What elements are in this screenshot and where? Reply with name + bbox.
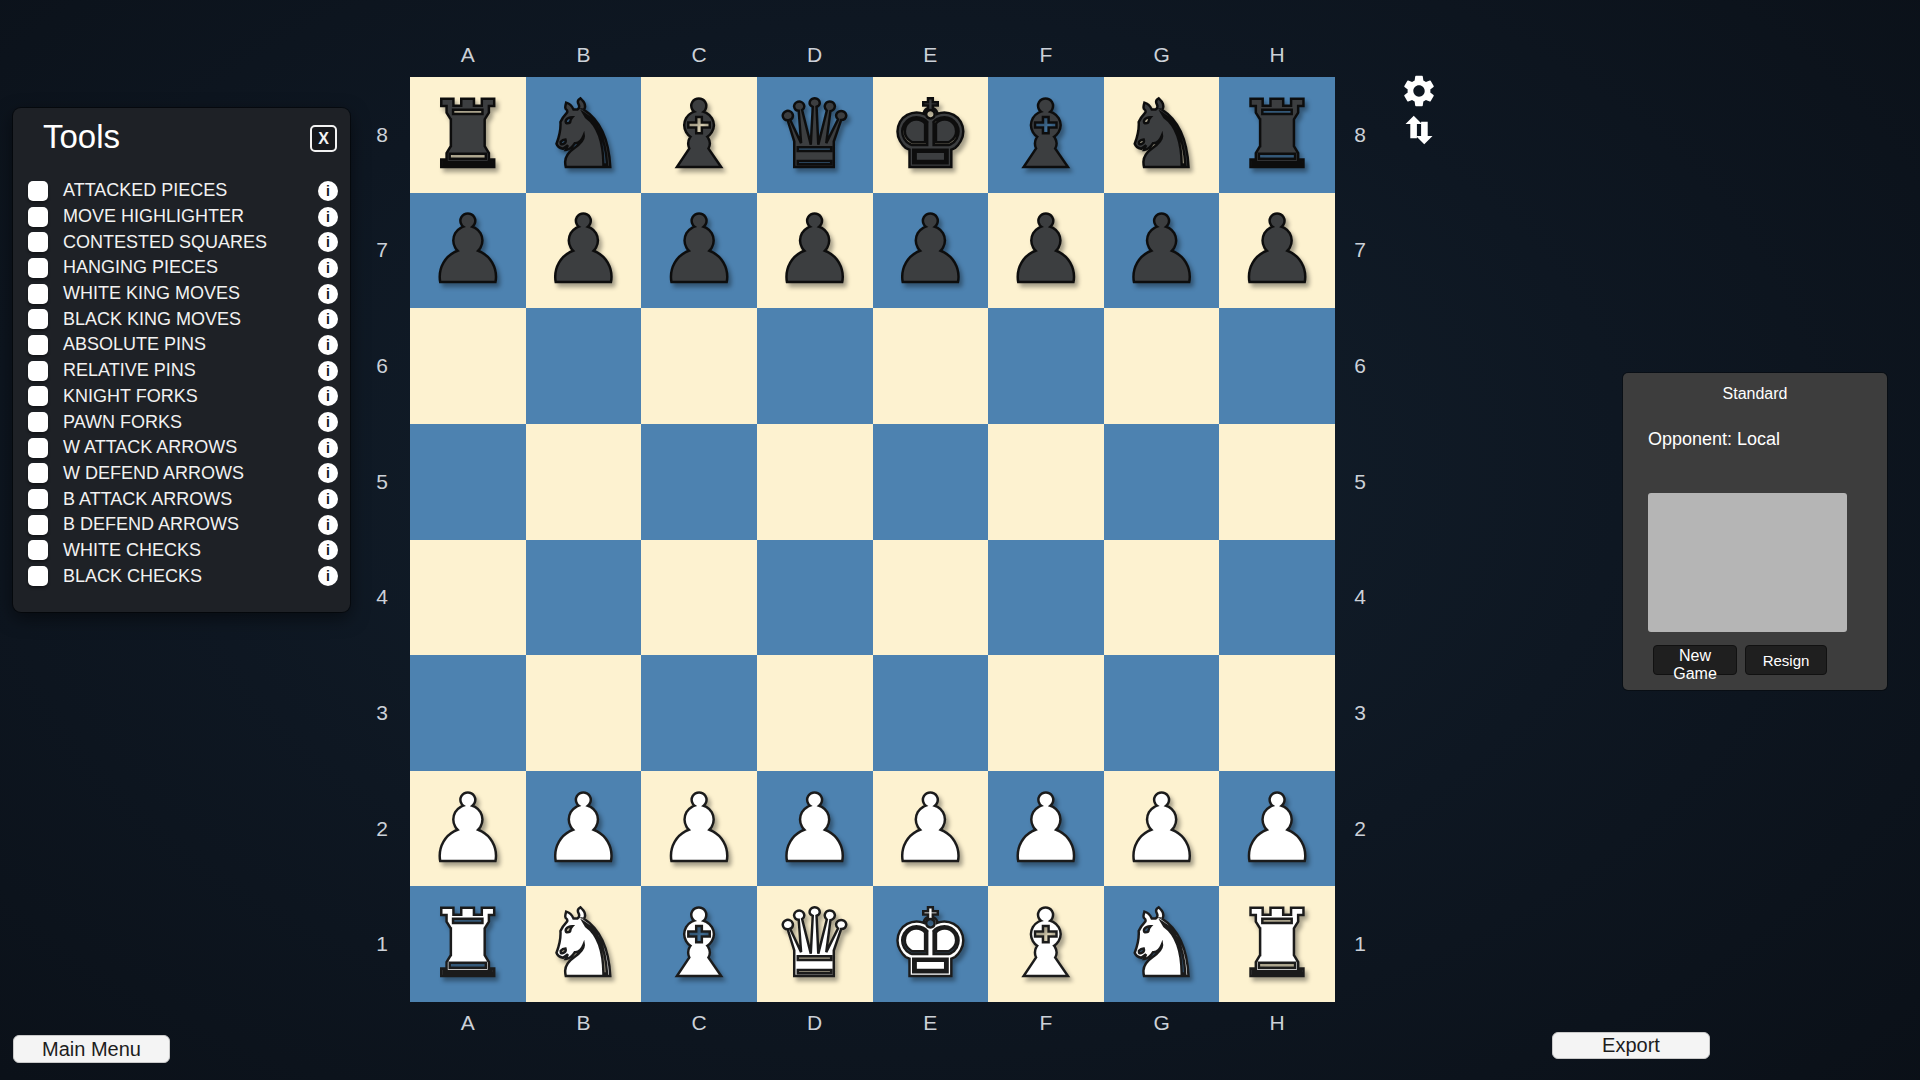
square-g7[interactable]: ♟: [1104, 193, 1220, 309]
square-c4[interactable]: [641, 540, 757, 656]
square-c2[interactable]: ♟: [641, 771, 757, 887]
piece-black-bishop[interactable]: ♝: [657, 88, 741, 182]
square-b4[interactable]: [526, 540, 642, 656]
chess-board: ♜♞♝♛♚♝♞♜♟♟♟♟♟♟♟♟♟♟♟♟♟♟♟♟♜♞♝♛♚♝♞♜: [410, 77, 1335, 1002]
file-labels-top: ABCDEFGH: [410, 40, 1335, 70]
checkbox-black-king-moves[interactable]: [28, 309, 48, 329]
variant-label: Standard: [1623, 385, 1887, 403]
rank-label-6: 6: [366, 308, 398, 424]
info-icon[interactable]: i: [318, 515, 338, 535]
piece-white-pawn[interactable]: ♟: [773, 782, 857, 876]
square-e3[interactable]: [873, 655, 989, 771]
piece-black-rook[interactable]: ♜: [1235, 88, 1319, 182]
piece-white-pawn[interactable]: ♟: [426, 782, 510, 876]
square-a6[interactable]: [410, 308, 526, 424]
square-f7[interactable]: ♟: [988, 193, 1104, 309]
tool-row-b-defend-arrows: B DEFEND ARROWSi: [13, 512, 350, 538]
checkbox-move-highlighter[interactable]: [28, 207, 48, 227]
piece-black-bishop[interactable]: ♝: [1004, 88, 1088, 182]
info-icon[interactable]: i: [318, 258, 338, 278]
piece-white-pawn[interactable]: ♟: [1235, 782, 1319, 876]
tool-label-move-highlighter: MOVE HIGHLIGHTER: [63, 206, 244, 227]
square-d8[interactable]: ♛: [757, 77, 873, 193]
tool-row-pawn-forks: PAWN FORKSi: [13, 409, 350, 435]
checkbox-attacked-pieces[interactable]: [28, 181, 48, 201]
square-b7[interactable]: ♟: [526, 193, 642, 309]
info-icon[interactable]: i: [318, 540, 338, 560]
rank-label-1: 1: [366, 886, 398, 1002]
square-b1[interactable]: ♞: [526, 886, 642, 1002]
square-h7[interactable]: ♟: [1219, 193, 1335, 309]
checkbox-w-defend-arrows[interactable]: [28, 463, 48, 483]
checkbox-relative-pins[interactable]: [28, 361, 48, 381]
square-h4[interactable]: [1219, 540, 1335, 656]
square-b8[interactable]: ♞: [526, 77, 642, 193]
square-c5[interactable]: [641, 424, 757, 540]
square-h2[interactable]: ♟: [1219, 771, 1335, 887]
piece-white-queen[interactable]: ♛: [773, 897, 857, 991]
tool-row-knight-forks: KNIGHT FORKSi: [13, 384, 350, 410]
info-icon[interactable]: i: [318, 284, 338, 304]
rank-label-7: 7: [1344, 193, 1376, 309]
piece-black-king[interactable]: ♚: [888, 88, 972, 182]
piece-black-pawn[interactable]: ♟: [888, 203, 972, 297]
square-f3[interactable]: [988, 655, 1104, 771]
square-e1[interactable]: ♚: [873, 886, 989, 1002]
file-label-h: H: [1219, 40, 1335, 70]
file-label-f: F: [988, 1008, 1104, 1038]
app-root: Tools X ATTACKED PIECESiMOVE HIGHLIGHTER…: [0, 0, 1920, 1080]
file-label-f: F: [988, 40, 1104, 70]
tools-close-button[interactable]: X: [310, 125, 337, 152]
tool-label-attacked-pieces: ATTACKED PIECES: [63, 180, 227, 201]
piece-white-pawn[interactable]: ♟: [1004, 782, 1088, 876]
square-h1[interactable]: ♜: [1219, 886, 1335, 1002]
checkbox-w-attack-arrows[interactable]: [28, 438, 48, 458]
game-panel: Standard Opponent: Local New Game Resign: [1623, 373, 1887, 690]
square-d1[interactable]: ♛: [757, 886, 873, 1002]
tool-label-absolute-pins: ABSOLUTE PINS: [63, 334, 206, 355]
file-label-b: B: [526, 40, 642, 70]
rank-label-6: 6: [1344, 308, 1376, 424]
piece-white-king[interactable]: ♚: [888, 897, 972, 991]
checkbox-b-attack-arrows[interactable]: [28, 489, 48, 509]
opponent-label: Opponent: Local: [1648, 429, 1887, 450]
square-h8[interactable]: ♜: [1219, 77, 1335, 193]
tool-row-black-king-moves: BLACK KING MOVESi: [13, 306, 350, 332]
tools-list: ATTACKED PIECESiMOVE HIGHLIGHTERiCONTEST…: [13, 178, 350, 589]
square-c6[interactable]: [641, 308, 757, 424]
square-e8[interactable]: ♚: [873, 77, 989, 193]
piece-black-rook[interactable]: ♜: [426, 88, 510, 182]
square-d5[interactable]: [757, 424, 873, 540]
piece-black-pawn[interactable]: ♟: [657, 203, 741, 297]
rank-labels-right: 87654321: [1344, 77, 1376, 1002]
square-e7[interactable]: ♟: [873, 193, 989, 309]
square-g4[interactable]: [1104, 540, 1220, 656]
tool-row-black-checks: BLACK CHECKSi: [13, 563, 350, 589]
tool-label-black-king-moves: BLACK KING MOVES: [63, 309, 241, 330]
square-d2[interactable]: ♟: [757, 771, 873, 887]
piece-white-rook[interactable]: ♜: [426, 897, 510, 991]
file-label-g: G: [1104, 1008, 1220, 1038]
square-c8[interactable]: ♝: [641, 77, 757, 193]
rank-label-7: 7: [366, 193, 398, 309]
tool-label-b-defend-arrows: B DEFEND ARROWS: [63, 514, 239, 535]
piece-white-knight[interactable]: ♞: [1119, 897, 1203, 991]
piece-black-pawn[interactable]: ♟: [426, 203, 510, 297]
square-g6[interactable]: [1104, 308, 1220, 424]
file-label-b: B: [526, 1008, 642, 1038]
square-h5[interactable]: [1219, 424, 1335, 540]
tool-row-contested-squares: CONTESTED SQUARESi: [13, 229, 350, 255]
file-label-c: C: [641, 1008, 757, 1038]
tool-row-absolute-pins: ABSOLUTE PINSi: [13, 332, 350, 358]
tool-row-w-defend-arrows: W DEFEND ARROWSi: [13, 461, 350, 487]
tool-label-white-checks: WHITE CHECKS: [63, 540, 201, 561]
info-icon[interactable]: i: [318, 566, 338, 586]
rank-label-3: 3: [1344, 655, 1376, 771]
square-c1[interactable]: ♝: [641, 886, 757, 1002]
resign-button[interactable]: Resign: [1745, 645, 1827, 675]
tools-panel-title: Tools: [43, 118, 120, 156]
tool-label-b-attack-arrows: B ATTACK ARROWS: [63, 489, 232, 510]
tool-label-knight-forks: KNIGHT FORKS: [63, 386, 198, 407]
checkbox-black-checks[interactable]: [28, 566, 48, 586]
tools-panel: Tools X ATTACKED PIECESiMOVE HIGHLIGHTER…: [13, 108, 350, 612]
piece-black-knight[interactable]: ♞: [541, 88, 625, 182]
file-label-a: A: [410, 1008, 526, 1038]
tool-label-relative-pins: RELATIVE PINS: [63, 360, 196, 381]
info-icon[interactable]: i: [318, 207, 338, 227]
rank-label-4: 4: [366, 540, 398, 656]
square-g5[interactable]: [1104, 424, 1220, 540]
rank-label-8: 8: [1344, 77, 1376, 193]
tool-row-move-highlighter: MOVE HIGHLIGHTERi: [13, 204, 350, 230]
square-d6[interactable]: [757, 308, 873, 424]
info-icon[interactable]: i: [318, 412, 338, 432]
tool-label-hanging-pieces: HANGING PIECES: [63, 257, 218, 278]
square-f5[interactable]: [988, 424, 1104, 540]
square-g1[interactable]: ♞: [1104, 886, 1220, 1002]
main-menu-button[interactable]: Main Menu: [13, 1035, 170, 1063]
square-g2[interactable]: ♟: [1104, 771, 1220, 887]
tool-row-white-king-moves: WHITE KING MOVESi: [13, 281, 350, 307]
tool-row-white-checks: WHITE CHECKSi: [13, 538, 350, 564]
piece-white-pawn[interactable]: ♟: [657, 782, 741, 876]
file-label-g: G: [1104, 40, 1220, 70]
square-b6[interactable]: [526, 308, 642, 424]
tool-row-relative-pins: RELATIVE PINSi: [13, 358, 350, 384]
square-h6[interactable]: [1219, 308, 1335, 424]
piece-white-pawn[interactable]: ♟: [888, 782, 972, 876]
square-f2[interactable]: ♟: [988, 771, 1104, 887]
rank-label-5: 5: [366, 424, 398, 540]
tool-row-hanging-pieces: HANGING PIECESi: [13, 255, 350, 281]
square-a2[interactable]: ♟: [410, 771, 526, 887]
square-g8[interactable]: ♞: [1104, 77, 1220, 193]
square-a1[interactable]: ♜: [410, 886, 526, 1002]
square-d3[interactable]: [757, 655, 873, 771]
square-a3[interactable]: [410, 655, 526, 771]
square-b2[interactable]: ♟: [526, 771, 642, 887]
rank-labels-left: 87654321: [366, 77, 398, 1002]
square-e2[interactable]: ♟: [873, 771, 989, 887]
file-label-e: E: [873, 1008, 989, 1038]
export-button[interactable]: Export: [1552, 1032, 1710, 1059]
file-label-d: D: [757, 40, 873, 70]
tool-label-black-checks: BLACK CHECKS: [63, 566, 202, 587]
piece-black-pawn[interactable]: ♟: [1119, 203, 1203, 297]
piece-black-pawn[interactable]: ♟: [773, 203, 857, 297]
tool-row-w-attack-arrows: W ATTACK ARROWSi: [13, 435, 350, 461]
piece-white-pawn[interactable]: ♟: [1119, 782, 1203, 876]
piece-white-bishop[interactable]: ♝: [657, 897, 741, 991]
tool-label-w-attack-arrows: W ATTACK ARROWS: [63, 437, 237, 458]
square-a5[interactable]: [410, 424, 526, 540]
rank-label-2: 2: [366, 771, 398, 887]
gear-icon: [1400, 98, 1438, 113]
checkbox-knight-forks[interactable]: [28, 386, 48, 406]
square-a7[interactable]: ♟: [410, 193, 526, 309]
checkbox-white-checks[interactable]: [28, 540, 48, 560]
rank-label-3: 3: [366, 655, 398, 771]
piece-white-knight[interactable]: ♞: [541, 897, 625, 991]
file-label-a: A: [410, 40, 526, 70]
checkbox-pawn-forks[interactable]: [28, 412, 48, 432]
tool-row-attacked-pieces: ATTACKED PIECESi: [13, 178, 350, 204]
file-label-d: D: [757, 1008, 873, 1038]
flip-board-icon: [1399, 136, 1439, 151]
square-d4[interactable]: [757, 540, 873, 656]
square-f6[interactable]: [988, 308, 1104, 424]
checkbox-b-defend-arrows[interactable]: [28, 515, 48, 535]
rank-label-5: 5: [1344, 424, 1376, 540]
piece-white-pawn[interactable]: ♟: [541, 782, 625, 876]
square-c7[interactable]: ♟: [641, 193, 757, 309]
move-list-area: [1648, 493, 1847, 632]
info-icon[interactable]: i: [318, 181, 338, 201]
file-labels-bottom: ABCDEFGH: [410, 1008, 1335, 1038]
square-a4[interactable]: [410, 540, 526, 656]
square-g3[interactable]: [1104, 655, 1220, 771]
tool-label-contested-squares: CONTESTED SQUARES: [63, 232, 267, 253]
square-e6[interactable]: [873, 308, 989, 424]
piece-black-pawn[interactable]: ♟: [1004, 203, 1088, 297]
info-icon[interactable]: i: [318, 335, 338, 355]
checkbox-contested-squares[interactable]: [28, 232, 48, 252]
piece-white-rook[interactable]: ♜: [1235, 897, 1319, 991]
rank-label-1: 1: [1344, 886, 1376, 1002]
piece-black-queen[interactable]: ♛: [773, 88, 857, 182]
new-game-button[interactable]: New Game: [1653, 645, 1737, 675]
info-icon[interactable]: i: [318, 463, 338, 483]
tool-label-w-defend-arrows: W DEFEND ARROWS: [63, 463, 244, 484]
piece-white-bishop[interactable]: ♝: [1004, 897, 1088, 991]
rank-label-4: 4: [1344, 540, 1376, 656]
square-e5[interactable]: [873, 424, 989, 540]
piece-black-knight[interactable]: ♞: [1119, 88, 1203, 182]
rank-label-8: 8: [366, 77, 398, 193]
checkbox-white-king-moves[interactable]: [28, 284, 48, 304]
square-f8[interactable]: ♝: [988, 77, 1104, 193]
file-label-e: E: [873, 40, 989, 70]
file-label-c: C: [641, 40, 757, 70]
square-e4[interactable]: [873, 540, 989, 656]
checkbox-hanging-pieces[interactable]: [28, 258, 48, 278]
tool-label-pawn-forks: PAWN FORKS: [63, 412, 182, 433]
info-icon[interactable]: i: [318, 386, 338, 406]
square-h3[interactable]: [1219, 655, 1335, 771]
tool-label-white-king-moves: WHITE KING MOVES: [63, 283, 240, 304]
square-a8[interactable]: ♜: [410, 77, 526, 193]
square-f1[interactable]: ♝: [988, 886, 1104, 1002]
square-b3[interactable]: [526, 655, 642, 771]
info-icon[interactable]: i: [318, 361, 338, 381]
info-icon[interactable]: i: [318, 489, 338, 509]
info-icon[interactable]: i: [318, 438, 338, 458]
settings-button[interactable]: [1400, 72, 1438, 110]
tool-row-b-attack-arrows: B ATTACK ARROWSi: [13, 486, 350, 512]
info-icon[interactable]: i: [318, 232, 338, 252]
square-d7[interactable]: ♟: [757, 193, 873, 309]
piece-black-pawn[interactable]: ♟: [541, 203, 625, 297]
checkbox-absolute-pins[interactable]: [28, 335, 48, 355]
square-c3[interactable]: [641, 655, 757, 771]
square-b5[interactable]: [526, 424, 642, 540]
info-icon[interactable]: i: [318, 309, 338, 329]
rank-label-2: 2: [1344, 771, 1376, 887]
flip-board-button[interactable]: [1399, 112, 1439, 148]
file-label-h: H: [1219, 1008, 1335, 1038]
square-f4[interactable]: [988, 540, 1104, 656]
piece-black-pawn[interactable]: ♟: [1235, 203, 1319, 297]
